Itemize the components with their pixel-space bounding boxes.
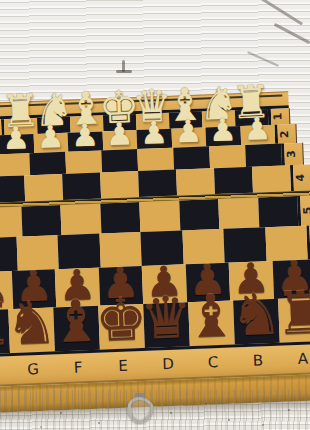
- square-g2: ♟: [33, 133, 68, 153]
- square-h2: ♟: [0, 134, 34, 154]
- square-a3: [245, 144, 282, 167]
- right-margin: 3: [284, 143, 304, 166]
- square-a5: [258, 196, 299, 227]
- file-cell-F: F: [55, 353, 101, 383]
- file-label-E: E: [118, 358, 128, 373]
- chess-board: HGFEDCBA ♜♞♝♚♛♝♞♜1♟♟♟♟♟♟♟♟234 56♟♟♟♟♟♟♟♟…: [0, 89, 310, 415]
- square-d3: [137, 148, 174, 171]
- file-cell-B: B: [235, 346, 281, 376]
- square-c5: [179, 199, 220, 230]
- square-f4: [62, 173, 101, 200]
- piece-white-pawn: ♟: [2, 123, 31, 153]
- file-label-F: F: [73, 360, 82, 375]
- square-e3: [101, 149, 138, 172]
- square-g3: [29, 152, 66, 175]
- square-d4: [138, 170, 177, 197]
- file-cell-E: E: [100, 351, 146, 381]
- square-b5: [218, 197, 259, 228]
- square-h3: [0, 153, 30, 176]
- square-h4: [0, 175, 25, 202]
- right-margin: 5: [300, 195, 310, 226]
- piece-white-pawn: ♟: [105, 119, 134, 149]
- square-d2: ♟: [137, 129, 172, 149]
- square-g8: ♞: [8, 307, 55, 353]
- square-d8: ♛: [143, 302, 190, 348]
- rank-label-1: 1: [272, 113, 283, 121]
- file-cell-C: C: [190, 347, 236, 377]
- square-g4: [24, 174, 63, 201]
- file-label-B: B: [253, 353, 264, 368]
- piece-black-rook: ♜: [274, 285, 310, 342]
- right-margin: 1: [271, 108, 291, 125]
- square-d5: [139, 201, 180, 232]
- square-b4: [214, 167, 253, 194]
- square-b3: [209, 145, 246, 168]
- rank-label-2: 2: [279, 130, 290, 138]
- square-f5: [60, 204, 101, 235]
- square-f3: [65, 150, 102, 173]
- piece-white-pawn: ♟: [139, 117, 168, 147]
- square-c4: [176, 168, 215, 195]
- square-c3: [173, 146, 210, 169]
- piece-white-pawn: ♟: [174, 116, 203, 146]
- file-label-D: D: [162, 356, 174, 371]
- right-margin: 2: [277, 124, 297, 144]
- piece-white-pawn: ♟: [70, 120, 99, 150]
- square-a4: [252, 165, 291, 192]
- square-e5: [100, 202, 141, 233]
- square-f2: ♟: [68, 131, 103, 151]
- paint-specks: [60, 412, 62, 414]
- square-f8: ♝: [53, 306, 100, 352]
- piece-white-pawn: ♟: [36, 121, 65, 151]
- file-cell-G: G: [10, 354, 56, 384]
- square-e2: ♟: [102, 130, 137, 150]
- square-e8: ♚: [98, 304, 145, 350]
- file-cell-A: A: [280, 344, 310, 374]
- square-b2: ♟: [205, 126, 240, 146]
- file-cell-D: D: [145, 349, 191, 379]
- square-a2: ♟: [240, 125, 275, 145]
- piece-white-pawn: ♟: [243, 113, 272, 143]
- foreground-wood-grain: [0, 390, 310, 430]
- square-c2: ♟: [171, 127, 206, 147]
- rank-label-4: 4: [295, 174, 306, 182]
- file-label-A: A: [297, 351, 308, 366]
- file-label-G: G: [27, 362, 39, 377]
- rank-label-5: 5: [302, 207, 310, 215]
- photo-frame: HGFEDCBA ♜♞♝♚♛♝♞♜1♟♟♟♟♟♟♟♟234 56♟♟♟♟♟♟♟♟…: [0, 0, 310, 430]
- wood-scratch-mark: [122, 60, 125, 72]
- square-b8: ♞: [233, 299, 280, 345]
- rank-label-3: 3: [286, 150, 297, 158]
- square-c8: ♝: [188, 301, 235, 347]
- file-label-C: C: [207, 355, 218, 370]
- piece-white-pawn: ♟: [208, 115, 237, 145]
- square-e4: [100, 171, 139, 198]
- square-a8: ♜: [278, 297, 310, 343]
- square-h5: [0, 207, 22, 238]
- square-g5: [21, 205, 62, 236]
- right-margin: 4: [293, 164, 310, 191]
